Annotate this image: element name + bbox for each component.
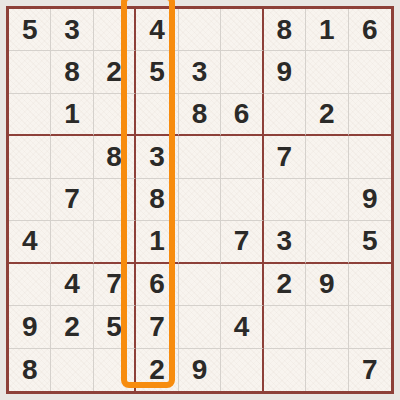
- cell-r4c1[interactable]: [9, 136, 51, 178]
- cell-r5c9[interactable]: 9: [349, 179, 391, 221]
- cell-r7c8[interactable]: 9: [306, 264, 348, 306]
- cell-r6c4[interactable]: 1: [136, 221, 178, 263]
- cell-r7c4[interactable]: 6: [136, 264, 178, 306]
- digit: 9: [22, 313, 38, 341]
- cell-r6c2[interactable]: [51, 221, 93, 263]
- cell-r5c5[interactable]: [179, 179, 221, 221]
- cell-r3c9[interactable]: [349, 94, 391, 136]
- cell-r6c9[interactable]: 5: [349, 221, 391, 263]
- digit: 9: [319, 270, 335, 298]
- digit: 4: [234, 313, 250, 341]
- digit: 2: [64, 313, 80, 341]
- cell-r1c2[interactable]: 3: [51, 9, 93, 51]
- cell-r5c6[interactable]: [221, 179, 263, 221]
- cell-r1c3[interactable]: [94, 9, 136, 51]
- cell-r7c3[interactable]: 7: [94, 264, 136, 306]
- cell-r9c2[interactable]: [51, 349, 93, 391]
- cell-r7c6[interactable]: [221, 264, 263, 306]
- digit: 2: [319, 100, 335, 128]
- digit: 1: [64, 100, 80, 128]
- cell-r6c3[interactable]: [94, 221, 136, 263]
- digit: 9: [362, 185, 378, 213]
- cell-r1c7[interactable]: 8: [264, 9, 306, 51]
- digit: 6: [362, 16, 378, 44]
- cell-r2c3[interactable]: 2: [94, 51, 136, 93]
- cell-r3c7[interactable]: [264, 94, 306, 136]
- cell-r9c7[interactable]: [264, 349, 306, 391]
- cell-r1c5[interactable]: [179, 9, 221, 51]
- cell-r6c8[interactable]: [306, 221, 348, 263]
- digit: 4: [149, 16, 165, 44]
- cell-r9c9[interactable]: 7: [349, 349, 391, 391]
- cell-r2c6[interactable]: [221, 51, 263, 93]
- digit: 1: [319, 16, 335, 44]
- cell-r8c1[interactable]: 9: [9, 306, 51, 348]
- cell-r4c3[interactable]: 8: [94, 136, 136, 178]
- sudoku-board: 5348168253918628377894173547629925748297: [6, 6, 394, 394]
- cell-r5c7[interactable]: [264, 179, 306, 221]
- cell-r8c7[interactable]: [264, 306, 306, 348]
- digit: 2: [277, 270, 293, 298]
- cell-r2c5[interactable]: 3: [179, 51, 221, 93]
- cell-r3c2[interactable]: 1: [51, 94, 93, 136]
- digit: 6: [149, 270, 165, 298]
- cell-r5c1[interactable]: [9, 179, 51, 221]
- cell-r4c7[interactable]: 7: [264, 136, 306, 178]
- cell-r7c1[interactable]: [9, 264, 51, 306]
- cell-r9c5[interactable]: 9: [179, 349, 221, 391]
- cell-r4c6[interactable]: [221, 136, 263, 178]
- cell-r1c1[interactable]: 5: [9, 9, 51, 51]
- digit: 2: [106, 58, 122, 86]
- cell-r3c8[interactable]: 2: [306, 94, 348, 136]
- digit: 3: [64, 16, 80, 44]
- digit: 3: [277, 227, 293, 255]
- digit: 7: [64, 185, 80, 213]
- digit: 9: [277, 58, 293, 86]
- cell-r8c6[interactable]: 4: [221, 306, 263, 348]
- cell-r6c5[interactable]: [179, 221, 221, 263]
- digit: 8: [192, 100, 208, 128]
- cell-r9c3[interactable]: [94, 349, 136, 391]
- digit: 7: [106, 270, 122, 298]
- cell-r7c5[interactable]: [179, 264, 221, 306]
- cell-r2c4[interactable]: 5: [136, 51, 178, 93]
- digit: 5: [22, 16, 38, 44]
- cell-r2c9[interactable]: [349, 51, 391, 93]
- cell-r6c1[interactable]: 4: [9, 221, 51, 263]
- sudoku-page: 5348168253918628377894173547629925748297: [0, 0, 400, 400]
- cell-r8c5[interactable]: [179, 306, 221, 348]
- cell-r5c8[interactable]: [306, 179, 348, 221]
- digit: 7: [362, 356, 378, 384]
- cell-r7c7[interactable]: 2: [264, 264, 306, 306]
- cell-r1c8[interactable]: 1: [306, 9, 348, 51]
- cell-r9c8[interactable]: [306, 349, 348, 391]
- digit: 2: [149, 356, 165, 384]
- cell-r6c7[interactable]: 3: [264, 221, 306, 263]
- cell-r3c6[interactable]: 6: [221, 94, 263, 136]
- cell-r9c1[interactable]: 8: [9, 349, 51, 391]
- cell-r3c1[interactable]: [9, 94, 51, 136]
- cell-r5c4[interactable]: 8: [136, 179, 178, 221]
- digit: 8: [64, 58, 80, 86]
- digit: 4: [22, 227, 38, 255]
- cell-r3c3[interactable]: [94, 94, 136, 136]
- cell-r7c2[interactable]: 4: [51, 264, 93, 306]
- cell-r8c4[interactable]: 7: [136, 306, 178, 348]
- cell-r4c9[interactable]: [349, 136, 391, 178]
- cell-r1c4[interactable]: 4: [136, 9, 178, 51]
- digit: 3: [149, 143, 165, 171]
- digit: 4: [64, 270, 80, 298]
- cell-r4c4[interactable]: 3: [136, 136, 178, 178]
- cell-r5c2[interactable]: 7: [51, 179, 93, 221]
- cell-r5c3[interactable]: [94, 179, 136, 221]
- cell-r4c2[interactable]: [51, 136, 93, 178]
- cell-r8c2[interactable]: 2: [51, 306, 93, 348]
- cell-r2c7[interactable]: 9: [264, 51, 306, 93]
- cell-r4c8[interactable]: [306, 136, 348, 178]
- digit: 5: [149, 58, 165, 86]
- digit: 7: [277, 143, 293, 171]
- digit: 5: [106, 313, 122, 341]
- digit: 9: [192, 356, 208, 384]
- cell-r3c4[interactable]: [136, 94, 178, 136]
- cell-r7c9[interactable]: [349, 264, 391, 306]
- cell-r8c9[interactable]: [349, 306, 391, 348]
- digit: 7: [149, 313, 165, 341]
- cell-r4c5[interactable]: [179, 136, 221, 178]
- cell-r2c1[interactable]: [9, 51, 51, 93]
- cell-r2c2[interactable]: 8: [51, 51, 93, 93]
- digit: 8: [106, 143, 122, 171]
- cell-r9c4[interactable]: 2: [136, 349, 178, 391]
- cell-r2c8[interactable]: [306, 51, 348, 93]
- cell-r1c6[interactable]: [221, 9, 263, 51]
- digit: 8: [149, 185, 165, 213]
- cell-r3c5[interactable]: 8: [179, 94, 221, 136]
- digit: 1: [149, 227, 165, 255]
- cell-r9c6[interactable]: [221, 349, 263, 391]
- digit: 5: [362, 227, 378, 255]
- digit: 8: [22, 356, 38, 384]
- cell-r8c8[interactable]: [306, 306, 348, 348]
- digit: 6: [234, 100, 250, 128]
- cell-r6c6[interactable]: 7: [221, 221, 263, 263]
- cell-r8c3[interactable]: 5: [94, 306, 136, 348]
- cell-r1c9[interactable]: 6: [349, 9, 391, 51]
- digit: 8: [277, 16, 293, 44]
- digit: 7: [234, 227, 250, 255]
- digit: 3: [192, 58, 208, 86]
